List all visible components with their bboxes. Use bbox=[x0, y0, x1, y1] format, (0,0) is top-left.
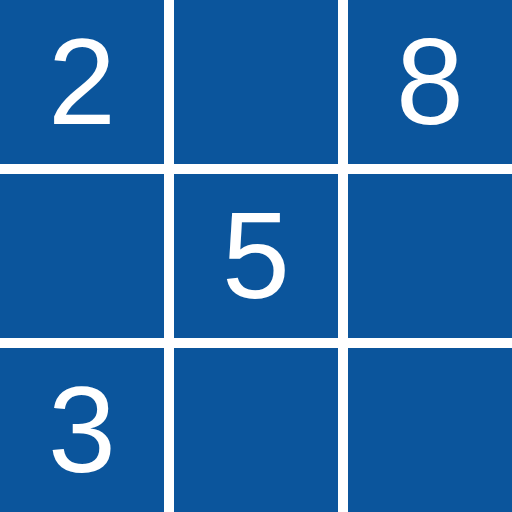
cell-r3c1[interactable]: 3 bbox=[0, 348, 164, 512]
cell-r1c1[interactable]: 2 bbox=[0, 0, 164, 164]
cell-r1c2[interactable] bbox=[174, 0, 338, 164]
cell-r3c3[interactable] bbox=[348, 348, 512, 512]
cell-r2c2[interactable]: 5 bbox=[174, 174, 338, 338]
cell-r2c3[interactable] bbox=[348, 174, 512, 338]
cell-r1c3[interactable]: 8 bbox=[348, 0, 512, 164]
cell-r2c1[interactable] bbox=[0, 174, 164, 338]
sudoku-board: 2 8 5 3 bbox=[0, 0, 512, 512]
cell-r3c2[interactable] bbox=[174, 348, 338, 512]
